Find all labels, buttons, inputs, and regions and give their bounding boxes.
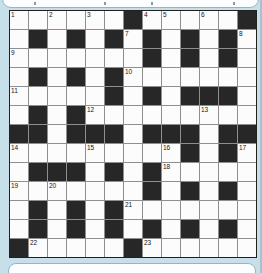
black-cell <box>67 106 85 124</box>
white-cell[interactable] <box>143 106 161 124</box>
black-cell <box>10 239 28 257</box>
clue-number: 22 <box>30 239 37 246</box>
white-cell[interactable] <box>29 49 47 67</box>
black-cell <box>105 163 123 181</box>
white-cell[interactable] <box>67 144 85 162</box>
white-cell[interactable] <box>10 68 28 86</box>
white-cell[interactable] <box>67 239 85 257</box>
clue-number: 5 <box>163 11 167 18</box>
clue-number: 19 <box>11 182 18 189</box>
white-cell[interactable] <box>219 201 237 219</box>
white-cell[interactable] <box>200 125 218 143</box>
white-cell[interactable] <box>181 201 199 219</box>
white-cell[interactable]: 15 <box>86 144 104 162</box>
white-cell[interactable] <box>67 49 85 67</box>
white-cell[interactable] <box>238 163 256 181</box>
black-cell <box>181 30 199 48</box>
white-cell[interactable]: 6 <box>200 11 218 29</box>
white-cell[interactable] <box>162 87 180 105</box>
white-cell[interactable] <box>181 106 199 124</box>
black-cell <box>67 125 85 143</box>
white-cell[interactable] <box>105 239 123 257</box>
white-cell[interactable] <box>219 11 237 29</box>
white-cell[interactable] <box>48 87 66 105</box>
clue-number: 18 <box>163 163 170 170</box>
white-cell[interactable]: 9 <box>10 49 28 67</box>
clue-number: 6 <box>201 11 205 18</box>
white-cell[interactable] <box>86 201 104 219</box>
clue-number: 7 <box>125 30 129 37</box>
black-cell <box>143 49 161 67</box>
clue-number: 21 <box>125 201 132 208</box>
black-cell <box>219 220 237 238</box>
white-cell[interactable] <box>219 68 237 86</box>
black-cell <box>105 201 123 219</box>
white-cell[interactable] <box>219 163 237 181</box>
white-cell[interactable] <box>143 144 161 162</box>
black-cell <box>86 125 104 143</box>
black-cell <box>219 49 237 67</box>
cropped-text-fragment <box>151 2 153 5</box>
white-cell[interactable] <box>143 68 161 86</box>
white-cell[interactable] <box>162 30 180 48</box>
white-cell[interactable] <box>124 87 142 105</box>
white-cell[interactable] <box>181 239 199 257</box>
black-cell <box>67 163 85 181</box>
white-cell[interactable]: 2 <box>48 11 66 29</box>
white-cell[interactable] <box>124 49 142 67</box>
white-cell[interactable] <box>105 182 123 200</box>
black-cell <box>181 87 199 105</box>
white-cell[interactable] <box>124 125 142 143</box>
white-cell[interactable]: 17 <box>238 144 256 162</box>
white-cell[interactable] <box>124 144 142 162</box>
black-cell <box>143 182 161 200</box>
black-cell <box>181 144 199 162</box>
white-cell[interactable] <box>124 220 142 238</box>
white-cell[interactable] <box>238 106 256 124</box>
black-cell <box>105 220 123 238</box>
black-cell <box>143 125 161 143</box>
white-cell[interactable] <box>10 106 28 124</box>
black-cell <box>124 11 142 29</box>
black-cell <box>181 220 199 238</box>
white-cell[interactable] <box>238 68 256 86</box>
white-cell[interactable] <box>86 68 104 86</box>
black-cell <box>29 30 47 48</box>
bottom-panel-cropped <box>8 263 256 273</box>
clue-number: 14 <box>11 144 18 151</box>
clue-number: 15 <box>87 144 94 151</box>
cropped-text-fragment <box>104 2 106 5</box>
white-cell[interactable] <box>48 49 66 67</box>
black-cell <box>143 30 161 48</box>
white-cell[interactable] <box>200 144 218 162</box>
white-cell[interactable] <box>67 11 85 29</box>
panel-edge-line <box>260 0 262 273</box>
black-cell <box>29 220 47 238</box>
clue-number: 2 <box>49 11 53 18</box>
black-cell <box>200 87 218 105</box>
white-cell[interactable] <box>86 163 104 181</box>
white-cell[interactable] <box>29 182 47 200</box>
white-cell[interactable] <box>67 87 85 105</box>
white-cell[interactable] <box>86 239 104 257</box>
white-cell[interactable] <box>200 68 218 86</box>
white-cell[interactable] <box>86 220 104 238</box>
white-cell[interactable] <box>86 182 104 200</box>
black-cell <box>29 68 47 86</box>
white-cell[interactable] <box>48 144 66 162</box>
white-cell[interactable] <box>124 163 142 181</box>
white-cell[interactable] <box>162 201 180 219</box>
white-cell[interactable] <box>105 11 123 29</box>
white-cell[interactable] <box>10 201 28 219</box>
white-cell[interactable] <box>238 201 256 219</box>
white-cell[interactable]: 18 <box>162 163 180 181</box>
black-cell <box>67 220 85 238</box>
white-cell[interactable] <box>143 201 161 219</box>
white-cell[interactable] <box>29 11 47 29</box>
white-cell[interactable] <box>48 125 66 143</box>
white-cell[interactable] <box>200 239 218 257</box>
white-cell[interactable] <box>105 49 123 67</box>
white-cell[interactable] <box>10 30 28 48</box>
white-cell[interactable]: 16 <box>162 144 180 162</box>
white-cell[interactable] <box>200 163 218 181</box>
white-cell[interactable] <box>200 30 218 48</box>
black-cell <box>162 125 180 143</box>
black-cell <box>219 144 237 162</box>
white-cell[interactable] <box>10 163 28 181</box>
white-cell[interactable] <box>10 220 28 238</box>
clue-number: 16 <box>163 144 170 151</box>
clue-number: 1 <box>11 11 15 18</box>
black-cell <box>124 239 142 257</box>
white-cell[interactable] <box>219 239 237 257</box>
white-cell[interactable] <box>124 182 142 200</box>
clue-number: 9 <box>11 49 15 56</box>
black-cell <box>238 125 256 143</box>
black-cell <box>29 125 47 143</box>
white-cell[interactable]: 7 <box>124 30 142 48</box>
black-cell <box>10 125 28 143</box>
white-cell[interactable]: 23 <box>143 239 161 257</box>
white-cell[interactable] <box>48 239 66 257</box>
white-cell[interactable]: 20 <box>48 182 66 200</box>
white-cell[interactable] <box>86 30 104 48</box>
white-cell[interactable] <box>162 68 180 86</box>
white-cell[interactable] <box>86 87 104 105</box>
white-cell[interactable] <box>162 106 180 124</box>
black-cell <box>143 220 161 238</box>
white-cell[interactable]: 10 <box>124 68 142 86</box>
black-cell <box>67 68 85 86</box>
black-cell <box>105 68 123 86</box>
white-cell[interactable] <box>67 182 85 200</box>
white-cell[interactable]: 11 <box>10 87 28 105</box>
black-cell <box>181 125 199 143</box>
white-cell[interactable]: 3 <box>86 11 104 29</box>
white-cell[interactable] <box>48 201 66 219</box>
black-cell <box>105 125 123 143</box>
black-cell <box>181 182 199 200</box>
white-cell[interactable] <box>238 220 256 238</box>
white-cell[interactable] <box>238 49 256 67</box>
black-cell <box>67 201 85 219</box>
white-cell[interactable]: 12 <box>86 106 104 124</box>
clue-number: 13 <box>201 106 208 113</box>
black-cell <box>219 87 237 105</box>
white-cell[interactable] <box>162 182 180 200</box>
clue-number: 20 <box>49 182 56 189</box>
white-cell[interactable] <box>105 106 123 124</box>
white-cell[interactable]: 5 <box>162 11 180 29</box>
white-cell[interactable] <box>162 239 180 257</box>
white-cell[interactable] <box>181 68 199 86</box>
black-cell <box>48 163 66 181</box>
white-cell[interactable] <box>29 87 47 105</box>
clue-number: 12 <box>87 106 94 113</box>
white-cell[interactable] <box>200 220 218 238</box>
white-cell[interactable] <box>48 106 66 124</box>
white-cell[interactable] <box>238 182 256 200</box>
black-cell <box>219 125 237 143</box>
white-cell[interactable] <box>162 220 180 238</box>
black-cell <box>29 163 47 181</box>
white-cell[interactable]: 21 <box>124 201 142 219</box>
black-cell <box>143 87 161 105</box>
white-cell[interactable] <box>238 239 256 257</box>
clue-number: 8 <box>239 30 243 37</box>
cropped-text-fragment <box>233 2 235 5</box>
white-cell[interactable]: 19 <box>10 182 28 200</box>
clue-number: 11 <box>11 87 18 94</box>
white-cell[interactable]: 14 <box>10 144 28 162</box>
white-cell[interactable] <box>29 144 47 162</box>
black-cell <box>105 87 123 105</box>
clue-number: 10 <box>125 68 132 75</box>
white-cell[interactable] <box>86 49 104 67</box>
clue-number: 17 <box>239 144 246 151</box>
cropped-text-fragment <box>34 2 36 5</box>
black-cell <box>181 49 199 67</box>
white-cell[interactable] <box>181 163 199 181</box>
black-cell <box>67 30 85 48</box>
white-cell[interactable]: 1 <box>10 11 28 29</box>
white-cell[interactable] <box>200 182 218 200</box>
white-cell[interactable] <box>48 220 66 238</box>
black-cell <box>29 106 47 124</box>
white-cell[interactable] <box>238 87 256 105</box>
black-cell <box>143 163 161 181</box>
white-cell[interactable]: 13 <box>200 106 218 124</box>
white-cell[interactable] <box>200 49 218 67</box>
white-cell[interactable]: 4 <box>143 11 161 29</box>
clue-number: 4 <box>144 11 148 18</box>
crossword-grid: 1234567891011121314151617181920212223 <box>9 10 257 258</box>
black-cell <box>105 30 123 48</box>
white-cell[interactable]: 22 <box>29 239 47 257</box>
white-cell[interactable] <box>48 68 66 86</box>
white-cell[interactable] <box>48 30 66 48</box>
white-cell[interactable] <box>200 201 218 219</box>
white-cell[interactable]: 8 <box>238 30 256 48</box>
top-panel-cropped <box>2 0 259 8</box>
clue-number: 23 <box>144 239 151 246</box>
black-cell <box>219 30 237 48</box>
black-cell <box>238 11 256 29</box>
white-cell[interactable] <box>124 106 142 124</box>
white-cell[interactable] <box>181 11 199 29</box>
black-cell <box>219 182 237 200</box>
white-cell[interactable] <box>219 106 237 124</box>
black-cell <box>29 201 47 219</box>
white-cell[interactable] <box>162 49 180 67</box>
white-cell[interactable] <box>105 144 123 162</box>
clue-number: 3 <box>87 11 91 18</box>
